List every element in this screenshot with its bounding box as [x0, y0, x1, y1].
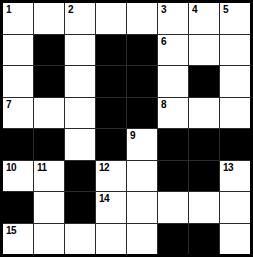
- block-cell: [34, 35, 64, 66]
- clue-number: 2: [68, 4, 73, 15]
- letter-cell[interactable]: [65, 35, 95, 66]
- clue-number: 7: [6, 99, 11, 110]
- letter-cell[interactable]: 1: [3, 3, 33, 34]
- letter-cell[interactable]: [3, 35, 33, 66]
- letter-cell[interactable]: [189, 98, 219, 129]
- clue-number: 12: [99, 162, 109, 173]
- block-cell: [158, 161, 188, 192]
- letter-cell[interactable]: [220, 35, 250, 66]
- letter-cell[interactable]: [65, 98, 95, 129]
- letter-cell[interactable]: [220, 66, 250, 97]
- block-cell: [189, 224, 219, 255]
- clue-number: 9: [130, 130, 135, 141]
- letter-cell[interactable]: 4: [189, 3, 219, 34]
- letter-cell[interactable]: [65, 224, 95, 255]
- letter-cell[interactable]: [158, 66, 188, 97]
- letter-cell[interactable]: [127, 192, 157, 223]
- block-cell: [189, 129, 219, 160]
- letter-cell[interactable]: [127, 3, 157, 34]
- block-cell: [96, 129, 126, 160]
- letter-cell[interactable]: 2: [65, 3, 95, 34]
- letter-cell[interactable]: [220, 98, 250, 129]
- letter-cell[interactable]: 8: [158, 98, 188, 129]
- block-cell: [34, 66, 64, 97]
- letter-cell[interactable]: [127, 224, 157, 255]
- letter-cell[interactable]: [220, 224, 250, 255]
- block-cell: [34, 129, 64, 160]
- block-cell: [127, 35, 157, 66]
- block-cell: [96, 98, 126, 129]
- block-cell: [158, 129, 188, 160]
- block-cell: [127, 66, 157, 97]
- letter-cell[interactable]: 10: [3, 161, 33, 192]
- letter-cell[interactable]: [158, 192, 188, 223]
- block-cell: [96, 66, 126, 97]
- block-cell: [127, 98, 157, 129]
- block-cell: [189, 161, 219, 192]
- clue-number: 14: [99, 193, 109, 204]
- clue-number: 6: [161, 36, 166, 47]
- letter-cell[interactable]: [189, 35, 219, 66]
- clue-number: 13: [223, 162, 233, 173]
- letter-cell[interactable]: [96, 224, 126, 255]
- letter-cell[interactable]: [34, 224, 64, 255]
- letter-cell[interactable]: [3, 66, 33, 97]
- block-cell: [65, 192, 95, 223]
- block-cell: [220, 129, 250, 160]
- letter-cell[interactable]: [34, 98, 64, 129]
- block-cell: [96, 35, 126, 66]
- block-cell: [189, 66, 219, 97]
- clue-number: 4: [192, 4, 197, 15]
- clue-number: 8: [161, 99, 166, 110]
- clue-number: 11: [37, 162, 47, 173]
- letter-cell[interactable]: 9: [127, 129, 157, 160]
- letter-cell[interactable]: [189, 192, 219, 223]
- letter-cell[interactable]: 6: [158, 35, 188, 66]
- letter-cell[interactable]: [96, 3, 126, 34]
- letter-cell[interactable]: 11: [34, 161, 64, 192]
- letter-cell[interactable]: 7: [3, 98, 33, 129]
- clue-number: 1: [6, 4, 11, 15]
- letter-cell[interactable]: 14: [96, 192, 126, 223]
- letter-cell[interactable]: [127, 161, 157, 192]
- letter-cell[interactable]: 3: [158, 3, 188, 34]
- clue-number: 15: [6, 225, 16, 236]
- clue-number: 3: [161, 4, 166, 15]
- letter-cell[interactable]: 15: [3, 224, 33, 255]
- letter-cell[interactable]: [65, 66, 95, 97]
- letter-cell[interactable]: [34, 3, 64, 34]
- clue-number: 10: [6, 162, 16, 173]
- letter-cell[interactable]: 5: [220, 3, 250, 34]
- letter-cell[interactable]: 13: [220, 161, 250, 192]
- letter-cell[interactable]: [34, 192, 64, 223]
- letter-cell[interactable]: 12: [96, 161, 126, 192]
- letter-cell[interactable]: [220, 192, 250, 223]
- letter-cell[interactable]: [65, 129, 95, 160]
- block-cell: [3, 192, 33, 223]
- block-cell: [65, 161, 95, 192]
- block-cell: [3, 129, 33, 160]
- crossword-grid: 123456789101112131415: [0, 0, 253, 257]
- block-cell: [158, 224, 188, 255]
- clue-number: 5: [223, 4, 228, 15]
